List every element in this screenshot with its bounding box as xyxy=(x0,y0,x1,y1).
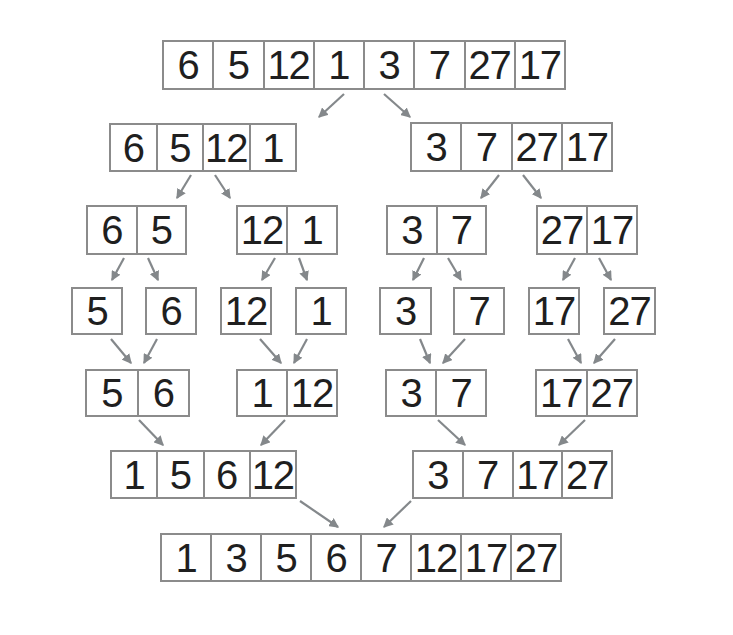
merge-arrow xyxy=(384,501,411,527)
merge-arrow xyxy=(139,420,163,445)
array-cell: 6 xyxy=(111,125,156,170)
array-box-split2-1: 6 5 xyxy=(86,205,187,255)
array-cell: 3 xyxy=(388,207,436,253)
split-arrow xyxy=(413,258,424,280)
merge-arrow xyxy=(294,339,307,363)
merge-arrow xyxy=(559,420,585,445)
array-box-single-1: 5 xyxy=(71,287,123,335)
array-box-split2-2: 12 1 xyxy=(236,205,338,255)
array-cell: 1 xyxy=(313,42,363,88)
array-cell: 5 xyxy=(156,452,202,497)
split-arrow xyxy=(319,94,344,117)
array-cell: 17 xyxy=(537,371,586,415)
array-cell: 12 xyxy=(238,207,286,253)
array-cell: 17 xyxy=(530,289,578,333)
array-cell: 3 xyxy=(414,452,462,497)
array-cell: 12 xyxy=(410,535,460,580)
merge-arrow xyxy=(443,339,465,363)
split-arrow xyxy=(215,175,230,198)
array-box-sorted-output: 1 3 5 6 7 12 17 27 xyxy=(160,533,562,582)
split-arrow xyxy=(112,258,124,280)
array-cell: 12 xyxy=(263,42,313,88)
array-cell: 27 xyxy=(586,371,637,415)
array-cell: 3 xyxy=(381,289,430,333)
array-cell: 3 xyxy=(412,124,460,170)
merge-arrow xyxy=(261,420,285,445)
array-cell: 5 xyxy=(156,125,203,170)
array-box-merge1-2: 1 12 xyxy=(236,369,338,417)
split-arrow xyxy=(177,175,191,198)
split-arrow xyxy=(384,94,410,117)
array-box-split2-3: 3 7 xyxy=(386,205,487,255)
array-cell: 1 xyxy=(162,535,210,580)
array-cell: 7 xyxy=(460,124,510,170)
merge-sort-diagram: 6 5 12 1 3 7 27 17 6 5 12 1 3 7 27 17 6 … xyxy=(0,0,733,635)
array-cell: 6 xyxy=(88,207,136,253)
array-cell: 3 xyxy=(210,535,260,580)
array-cell: 6 xyxy=(147,289,195,333)
array-cell: 17 xyxy=(512,452,562,497)
array-cell: 5 xyxy=(212,42,262,88)
merge-arrow xyxy=(260,339,281,363)
merge-arrow xyxy=(568,339,581,363)
array-cell: 7 xyxy=(360,535,410,580)
array-cell: 1 xyxy=(238,371,286,415)
merge-arrow xyxy=(300,501,338,527)
array-cell: 1 xyxy=(297,289,345,333)
split-arrow xyxy=(481,175,499,198)
merge-arrow xyxy=(111,339,131,363)
array-box-merge2-left: 1 5 6 12 xyxy=(110,450,297,499)
array-cell: 17 xyxy=(514,42,564,88)
array-cell: 27 xyxy=(605,289,654,333)
array-box-single-4: 1 xyxy=(295,287,347,335)
array-box-single-7: 17 xyxy=(528,287,580,335)
array-cell: 27 xyxy=(511,124,561,170)
split-arrow xyxy=(599,258,611,280)
split-arrow xyxy=(523,175,541,198)
array-cell: 12 xyxy=(286,371,336,415)
array-box-single-6: 7 xyxy=(453,287,505,335)
array-cell: 3 xyxy=(387,371,435,415)
array-cell: 5 xyxy=(87,371,137,415)
merge-arrow xyxy=(420,339,430,363)
array-cell: 3 xyxy=(363,42,413,88)
array-cell: 27 xyxy=(464,42,514,88)
array-cell: 27 xyxy=(538,207,586,253)
array-box-merge1-4: 17 27 xyxy=(535,369,638,417)
array-cell: 12 xyxy=(249,452,295,497)
split-arrow xyxy=(563,258,575,280)
array-cell: 5 xyxy=(136,207,186,253)
array-cell: 6 xyxy=(310,535,360,580)
array-box-split2-4: 27 17 xyxy=(536,205,638,255)
merge-arrow xyxy=(594,339,615,363)
array-cell: 27 xyxy=(561,452,611,497)
array-cell: 17 xyxy=(586,207,636,253)
array-cell: 1 xyxy=(112,452,156,497)
array-cell: 6 xyxy=(164,42,212,88)
split-arrow xyxy=(299,258,307,280)
array-cell: 7 xyxy=(435,371,485,415)
array-cell: 7 xyxy=(436,207,486,253)
array-cell: 1 xyxy=(249,125,296,170)
array-cell: 6 xyxy=(137,371,189,415)
array-cell: 12 xyxy=(222,289,270,333)
array-box-merge1-1: 5 6 xyxy=(85,369,190,417)
split-arrow xyxy=(262,258,275,280)
array-cell: 7 xyxy=(413,42,463,88)
merge-arrow xyxy=(144,339,157,363)
array-cell: 5 xyxy=(260,535,310,580)
array-cell: 17 xyxy=(561,124,611,170)
array-cell: 5 xyxy=(73,289,121,333)
array-box-split1-left: 6 5 12 1 xyxy=(109,123,297,172)
array-box-single-2: 6 xyxy=(145,287,197,335)
array-cell: 7 xyxy=(462,452,512,497)
split-arrow xyxy=(448,258,461,280)
array-cell: 7 xyxy=(455,289,503,333)
split-arrow xyxy=(148,258,158,280)
array-cell: 12 xyxy=(202,125,249,170)
array-box-input: 6 5 12 1 3 7 27 17 xyxy=(162,40,566,90)
array-cell: 17 xyxy=(460,535,510,580)
array-box-split1-right: 3 7 27 17 xyxy=(410,122,613,172)
array-cell: 1 xyxy=(286,207,336,253)
merge-arrow xyxy=(438,420,465,445)
array-box-single-8: 27 xyxy=(603,287,656,335)
array-box-single-5: 3 xyxy=(379,287,432,335)
array-box-merge1-3: 3 7 xyxy=(385,369,487,417)
array-box-merge2-right: 3 7 17 27 xyxy=(412,450,613,499)
array-cell: 27 xyxy=(510,535,560,580)
array-cell: 6 xyxy=(203,452,249,497)
array-box-single-3: 12 xyxy=(220,287,272,335)
